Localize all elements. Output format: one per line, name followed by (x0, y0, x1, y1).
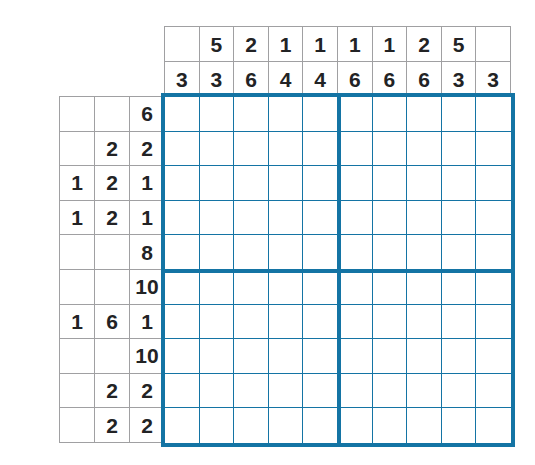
grid-cell-r1c10[interactable] (476, 97, 511, 132)
grid-cell-r7c2[interactable] (200, 305, 235, 340)
grid-cell-r9c7[interactable] (373, 374, 408, 409)
row-clue-cell-r5c3: 8 (130, 235, 164, 269)
grid-cell-r4c5[interactable] (303, 201, 338, 236)
grid-cell-r10c3[interactable] (234, 408, 269, 443)
grid-cell-r8c6[interactable] (338, 339, 373, 374)
grid-cell-r6c5[interactable] (303, 270, 338, 305)
grid-cell-r8c5[interactable] (303, 339, 338, 374)
row-clue-cell-r6c3: 10 (130, 270, 164, 304)
grid-cell-r7c1[interactable] (165, 305, 200, 340)
grid-cell-r6c8[interactable] (407, 270, 442, 305)
grid-cell-r8c7[interactable] (373, 339, 408, 374)
column-clue-cell-r1c7: 1 (373, 27, 407, 61)
row-clue-cell-r4c2: 2 (95, 201, 129, 235)
grid-cell-r5c3[interactable] (234, 235, 269, 270)
grid-cell-r3c10[interactable] (476, 166, 511, 201)
grid-cell-r1c4[interactable] (269, 97, 304, 132)
column-clue-cell-r1c6: 1 (338, 27, 372, 61)
grid-cell-r1c5[interactable] (303, 97, 338, 132)
grid-cell-r10c9[interactable] (442, 408, 477, 443)
grid-cell-r6c3[interactable] (234, 270, 269, 305)
grid-cell-r8c4[interactable] (269, 339, 304, 374)
row-clue-cell-r10c2: 2 (95, 408, 129, 442)
column-clue-cell-r1c2: 5 (200, 27, 234, 61)
column-clue-cell-r1c1 (165, 27, 199, 61)
column-clue-cell-r2c10: 3 (476, 62, 510, 96)
grid-cell-r2c1[interactable] (165, 132, 200, 167)
grid-cell-r8c8[interactable] (407, 339, 442, 374)
grid-cell-r10c1[interactable] (165, 408, 200, 443)
column-clue-cell-r1c5: 1 (303, 27, 337, 61)
grid-cell-r4c7[interactable] (373, 201, 408, 236)
grid-cell-r2c9[interactable] (442, 132, 477, 167)
row-clue-cell-r10c3: 2 (130, 408, 164, 442)
grid-cell-r4c3[interactable] (234, 201, 269, 236)
grid-cell-r10c7[interactable] (373, 408, 408, 443)
row-clue-cell-r10c1 (60, 408, 94, 442)
column-clues-panel: 521111253364466633 (164, 26, 511, 97)
row-clue-cell-r8c1 (60, 339, 94, 373)
row-clue-cell-r6c1 (60, 270, 94, 304)
grid-cell-r4c1[interactable] (165, 201, 200, 236)
grid-cell-r2c10[interactable] (476, 132, 511, 167)
column-clue-cell-r1c9: 5 (442, 27, 476, 61)
grid-cell-r2c4[interactable] (269, 132, 304, 167)
grid-cell-r5c8[interactable] (407, 235, 442, 270)
grid-cell-r3c9[interactable] (442, 166, 477, 201)
row-clue-cell-r7c3: 1 (130, 305, 164, 339)
row-clue-cell-r2c3: 2 (130, 132, 164, 166)
row-clue-cell-r1c1 (60, 97, 94, 131)
grid-cell-r2c5[interactable] (303, 132, 338, 167)
grid-cell-r9c9[interactable] (442, 374, 477, 409)
row-clue-cell-r4c3: 1 (130, 201, 164, 235)
grid-cell-r9c1[interactable] (165, 374, 200, 409)
grid-cell-r3c8[interactable] (407, 166, 442, 201)
column-clue-cell-r2c8: 6 (407, 62, 441, 96)
grid-cell-r6c6[interactable] (338, 270, 373, 305)
grid-cell-r5c1[interactable] (165, 235, 200, 270)
grid-cell-r3c3[interactable] (234, 166, 269, 201)
row-clue-cell-r5c1 (60, 235, 94, 269)
grid-cell-r2c6[interactable] (338, 132, 373, 167)
grid-cell-r6c1[interactable] (165, 270, 200, 305)
grid-cell-r6c2[interactable] (200, 270, 235, 305)
grid-cell-r1c9[interactable] (442, 97, 477, 132)
grid-cell-r5c4[interactable] (269, 235, 304, 270)
row-clue-cell-r8c2 (95, 339, 129, 373)
column-clue-cell-r2c4: 4 (269, 62, 303, 96)
row-clue-cell-r2c2: 2 (95, 132, 129, 166)
grid-cell-r3c6[interactable] (338, 166, 373, 201)
grid-cell-r7c10[interactable] (476, 305, 511, 340)
grid-cell-r9c4[interactable] (269, 374, 304, 409)
row-clue-cell-r3c3: 1 (130, 166, 164, 200)
grid-cell-r10c6[interactable] (338, 408, 373, 443)
grid-cell-r4c6[interactable] (338, 201, 373, 236)
grid-cell-r3c4[interactable] (269, 166, 304, 201)
grid-cell-r9c6[interactable] (338, 374, 373, 409)
grid-cell-r8c9[interactable] (442, 339, 477, 374)
grid-cell-r5c7[interactable] (373, 235, 408, 270)
grid-cell-r1c2[interactable] (200, 97, 235, 132)
grid-cell-r9c10[interactable] (476, 374, 511, 409)
grid-cell-r10c4[interactable] (269, 408, 304, 443)
grid-cell-r8c2[interactable] (200, 339, 235, 374)
grid-cell-r9c2[interactable] (200, 374, 235, 409)
grid-cell-r4c10[interactable] (476, 201, 511, 236)
grid-cell-r8c10[interactable] (476, 339, 511, 374)
grid-cell-r5c6[interactable] (338, 235, 373, 270)
grid-cell-r5c2[interactable] (200, 235, 235, 270)
grid-cell-r9c3[interactable] (234, 374, 269, 409)
grid-cell-r7c8[interactable] (407, 305, 442, 340)
nonogram-grid (161, 93, 515, 447)
grid-cell-r1c3[interactable] (234, 97, 269, 132)
grid-cell-r7c5[interactable] (303, 305, 338, 340)
grid-cell-r2c8[interactable] (407, 132, 442, 167)
row-clue-cell-r9c2: 2 (95, 374, 129, 408)
column-clue-cell-r2c3: 6 (234, 62, 268, 96)
grid-cell-r4c8[interactable] (407, 201, 442, 236)
column-clue-cell-r2c9: 3 (442, 62, 476, 96)
grid-cell-r10c2[interactable] (200, 408, 235, 443)
grid-cell-r5c5[interactable] (303, 235, 338, 270)
grid-cell-r6c9[interactable] (442, 270, 477, 305)
column-clue-cell-r1c10 (476, 27, 510, 61)
row-clue-cell-r1c3: 6 (130, 97, 164, 131)
grid-cell-r3c7[interactable] (373, 166, 408, 201)
grid-cell-r7c4[interactable] (269, 305, 304, 340)
row-clue-cell-r3c1: 1 (60, 166, 94, 200)
grid-cell-r4c2[interactable] (200, 201, 235, 236)
grid-cell-r10c10[interactable] (476, 408, 511, 443)
column-clue-cell-r1c3: 2 (234, 27, 268, 61)
grid-cell-r3c5[interactable] (303, 166, 338, 201)
grid-cell-r2c7[interactable] (373, 132, 408, 167)
grid-cell-r10c5[interactable] (303, 408, 338, 443)
row-clue-cell-r9c1 (60, 374, 94, 408)
grid-cell-r8c1[interactable] (165, 339, 200, 374)
row-clue-cell-r8c3: 10 (130, 339, 164, 373)
grid-cell-r7c6[interactable] (338, 305, 373, 340)
row-clue-cell-r3c2: 2 (95, 166, 129, 200)
column-clue-cell-r2c6: 6 (338, 62, 372, 96)
column-clue-cell-r2c2: 3 (200, 62, 234, 96)
grid-cell-r9c5[interactable] (303, 374, 338, 409)
column-clue-cell-r2c5: 4 (303, 62, 337, 96)
grid-cell-r1c7[interactable] (373, 97, 408, 132)
nonogram-board: 521111253364466633 622121121810161102222 (0, 0, 535, 465)
grid-cell-r5c10[interactable] (476, 235, 511, 270)
grid-cell-r7c3[interactable] (234, 305, 269, 340)
grid-cell-r10c8[interactable] (407, 408, 442, 443)
grid-cell-r4c9[interactable] (442, 201, 477, 236)
column-clue-cell-r2c7: 6 (373, 62, 407, 96)
grid-cell-r6c10[interactable] (476, 270, 511, 305)
grid-cell-r8c3[interactable] (234, 339, 269, 374)
grid-cell-r5c9[interactable] (442, 235, 477, 270)
grid-cell-r6c7[interactable] (373, 270, 408, 305)
grid-cell-r1c6[interactable] (338, 97, 373, 132)
grid-cell-r3c2[interactable] (200, 166, 235, 201)
grid-cell-r1c1[interactable] (165, 97, 200, 132)
row-clue-cell-r9c3: 2 (130, 374, 164, 408)
row-clue-cell-r4c1: 1 (60, 201, 94, 235)
grid-cell-r3c1[interactable] (165, 166, 200, 201)
grid-cell-r2c3[interactable] (234, 132, 269, 167)
row-clue-cell-r6c2 (95, 270, 129, 304)
grid-cell-r9c8[interactable] (407, 374, 442, 409)
grid-cell-r7c9[interactable] (442, 305, 477, 340)
row-clue-cell-r7c2: 6 (95, 305, 129, 339)
column-clue-cell-r1c8: 2 (407, 27, 441, 61)
row-clue-cell-r2c1 (60, 132, 94, 166)
row-clue-cell-r7c1: 1 (60, 305, 94, 339)
grid-cell-r7c7[interactable] (373, 305, 408, 340)
row-clue-cell-r1c2 (95, 97, 129, 131)
grid-cell-r2c2[interactable] (200, 132, 235, 167)
row-clue-cell-r5c2 (95, 235, 129, 269)
grid-cell-r1c8[interactable] (407, 97, 442, 132)
column-clue-cell-r2c1: 3 (165, 62, 199, 96)
grid-cell-r4c4[interactable] (269, 201, 304, 236)
row-clues-panel: 622121121810161102222 (59, 96, 165, 443)
column-clue-cell-r1c4: 1 (269, 27, 303, 61)
grid-cell-r6c4[interactable] (269, 270, 304, 305)
